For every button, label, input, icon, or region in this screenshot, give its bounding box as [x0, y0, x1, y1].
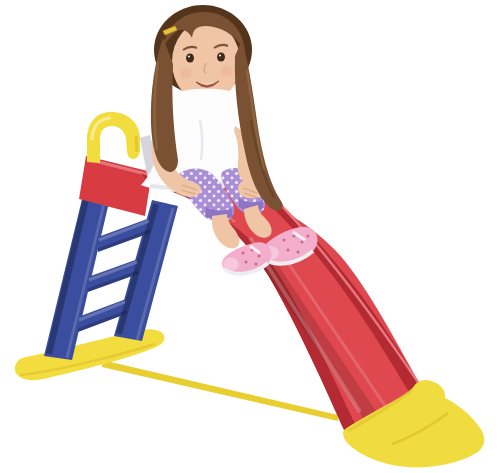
- cheek-left: [180, 67, 192, 79]
- slide-scene: [0, 0, 500, 473]
- product-photo: [0, 0, 500, 473]
- eye-right: [217, 53, 225, 62]
- eye-left: [186, 54, 194, 63]
- cheek-right: [221, 65, 233, 77]
- handle-shadow: [136, 136, 137, 152]
- eye-glint: [188, 56, 190, 58]
- eye-glint: [219, 55, 221, 57]
